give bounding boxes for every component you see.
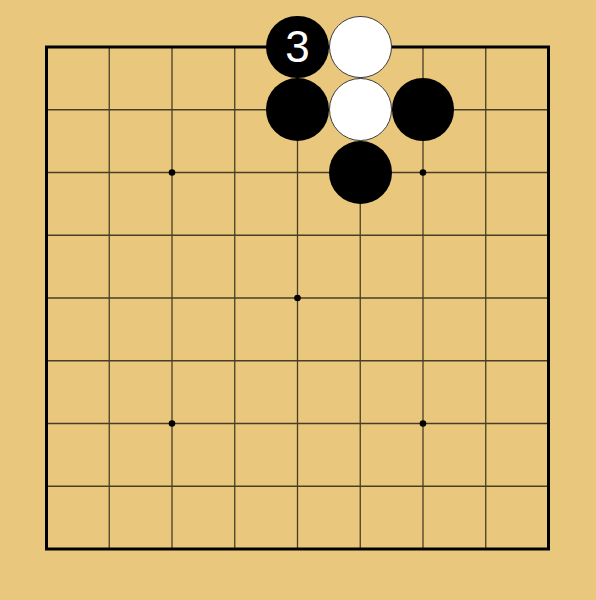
go-diagram: 3	[0, 0, 596, 600]
black-stone-E9-move-3: 3	[266, 16, 329, 79]
black-stone-E8	[266, 78, 329, 141]
black-stone-G8	[392, 78, 455, 141]
stone-layer: 3	[15, 16, 580, 581]
white-stone-F9	[329, 16, 392, 79]
black-stone-F7	[329, 141, 392, 204]
white-stone-F8	[329, 78, 392, 141]
